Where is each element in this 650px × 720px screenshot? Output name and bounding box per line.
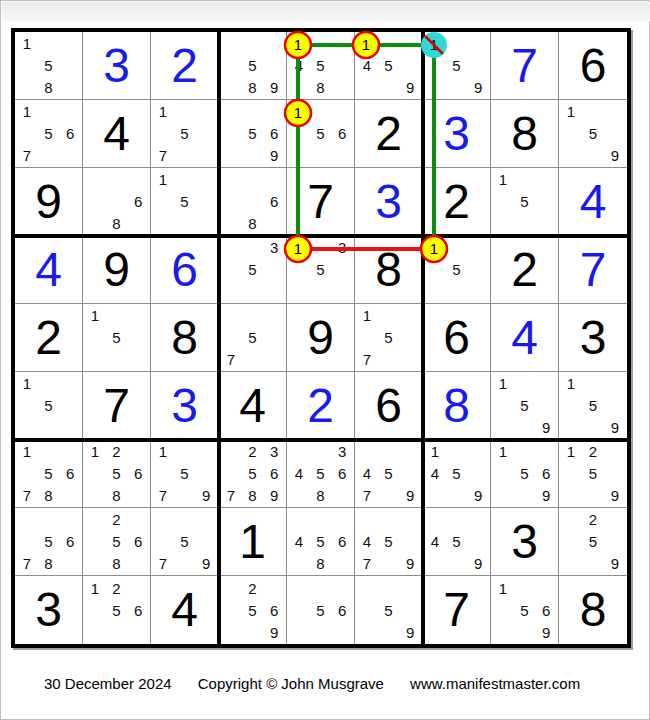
candidate-5: 5 [310, 463, 332, 485]
candidate-6: 6 [263, 463, 285, 485]
cell-r3c3[interactable]: 15 [151, 168, 219, 236]
cell-r1c6[interactable]: 1459 [355, 32, 423, 100]
candidate-grid: 1579 [152, 441, 217, 506]
cell-r9c8[interactable]: 1569 [491, 576, 559, 644]
candidate-6: 6 [263, 123, 285, 145]
candidate-9: 9 [399, 621, 421, 643]
candidate-grid: 589 [220, 33, 285, 98]
candidate-5: 5 [242, 327, 264, 349]
candidate-4: 4 [424, 531, 446, 553]
candidate-4: 4 [424, 463, 446, 485]
candidate-5: 5 [38, 55, 60, 77]
candidate-2: 2 [242, 441, 264, 463]
cell-r8c2[interactable]: 2568 [83, 508, 151, 576]
cell-r3c5[interactable]: 7 [287, 168, 355, 236]
candidate-8: 8 [106, 212, 128, 234]
candidate-1: 1 [560, 373, 582, 395]
candidate-1: 1 [492, 373, 514, 395]
candidate-grid: 15 [424, 237, 489, 302]
cell-r8c3[interactable]: 579 [151, 508, 219, 576]
candidate-grid: 35 [220, 237, 285, 302]
candidate-6: 6 [331, 463, 353, 485]
candidate-5: 5 [582, 395, 604, 417]
candidate-5: 5 [174, 463, 196, 485]
candidate-2: 2 [582, 509, 604, 531]
cell-r4c7[interactable]: 15 [423, 236, 491, 304]
candidate-grid: 4568 [288, 509, 353, 574]
cell-r9c1[interactable]: 3 [15, 576, 83, 644]
candidate-grid: 1569 [492, 577, 557, 643]
candidate-8: 8 [310, 76, 332, 98]
candidate-9: 9 [535, 484, 557, 506]
cell-r3c1[interactable]: 9 [15, 168, 83, 236]
solved-digit: 7 [491, 32, 558, 99]
candidate-grid: 68 [220, 169, 285, 234]
cell-r3c8[interactable]: 15 [491, 168, 559, 236]
candidate-grid: 15 [16, 373, 81, 438]
cell-r5c2[interactable]: 15 [83, 304, 151, 372]
candidate-5: 5 [310, 531, 332, 553]
candidate-grid: 15 [84, 305, 149, 370]
candidate-5: 5 [174, 191, 196, 213]
window-top-strip [2, 2, 650, 21]
candidate-9: 9 [467, 552, 489, 574]
given-digit: 6 [355, 372, 422, 439]
candidate-5: 5 [242, 463, 264, 485]
box-border-horizontal-1 [15, 234, 627, 238]
candidate-6: 6 [127, 191, 149, 213]
cell-r7c5[interactable]: 34568 [287, 440, 355, 508]
candidate-7: 7 [356, 552, 378, 574]
cell-r2c7[interactable]: 3 [423, 100, 491, 168]
candidate-9: 9 [263, 621, 285, 643]
candidate-3: 3 [331, 441, 353, 463]
sudoku-board: 1583258914581459159761567415756915623815… [11, 28, 631, 648]
cell-r4c3[interactable]: 6 [151, 236, 219, 304]
cell-r1c9[interactable]: 6 [559, 32, 627, 100]
candidate-6: 6 [127, 599, 149, 621]
candidate-4: 4 [288, 463, 310, 485]
cell-r7c7[interactable]: 1459 [423, 440, 491, 508]
cell-r1c3[interactable]: 2 [151, 32, 219, 100]
candidate-8: 8 [242, 484, 264, 506]
given-digit: 8 [151, 304, 218, 371]
cell-r9c7[interactable]: 7 [423, 576, 491, 644]
candidate-2: 2 [582, 441, 604, 463]
cell-r6c7[interactable]: 8 [423, 372, 491, 440]
candidate-5: 5 [514, 395, 536, 417]
given-digit: 7 [83, 372, 150, 439]
candidate-1: 1 [152, 101, 174, 123]
candidate-5: 5 [378, 463, 400, 485]
candidate-9: 9 [195, 552, 217, 574]
solved-digit: 3 [83, 32, 150, 99]
candidate-grid: 68 [84, 169, 149, 234]
candidate-5: 5 [446, 531, 468, 553]
cell-r2c8[interactable]: 8 [491, 100, 559, 168]
cell-r4c4[interactable]: 35 [219, 236, 287, 304]
candidate-5: 5 [446, 259, 468, 281]
candidate-grid: 1459 [424, 441, 489, 506]
candidate-5: 5 [514, 463, 536, 485]
candidate-1: 1 [288, 237, 310, 259]
candidate-8: 8 [38, 484, 60, 506]
candidate-grid: 59 [356, 577, 421, 643]
candidate-4: 4 [288, 531, 310, 553]
candidate-1: 1 [560, 441, 582, 463]
given-digit: 2 [15, 304, 82, 371]
cell-r5c3[interactable]: 8 [151, 304, 219, 372]
given-digit: 3 [559, 304, 627, 371]
candidate-7: 7 [16, 484, 38, 506]
candidate-5: 5 [38, 395, 60, 417]
candidate-5: 5 [106, 463, 128, 485]
cell-r3c9[interactable]: 4 [559, 168, 627, 236]
given-digit: 4 [151, 576, 218, 644]
candidate-8: 8 [38, 552, 60, 574]
given-digit: 9 [15, 168, 82, 235]
candidate-6: 6 [331, 531, 353, 553]
cell-r1c2[interactable]: 3 [83, 32, 151, 100]
given-digit: 7 [287, 168, 354, 235]
candidate-4: 4 [356, 531, 378, 553]
box-border-horizontal-2 [15, 438, 627, 442]
candidate-5: 5 [514, 191, 536, 213]
candidate-5: 5 [242, 259, 264, 281]
cell-r5c4[interactable]: 57 [219, 304, 287, 372]
candidate-grid: 569 [220, 101, 285, 166]
candidate-5: 5 [174, 123, 196, 145]
cell-r2c4[interactable]: 569 [219, 100, 287, 168]
given-digit: 8 [491, 100, 558, 167]
cell-r7c3[interactable]: 1579 [151, 440, 219, 508]
cell-r4c5[interactable]: 135 [287, 236, 355, 304]
cell-r4c9[interactable]: 7 [559, 236, 627, 304]
candidate-grid: 157 [356, 305, 421, 370]
candidate-grid: 4579 [356, 441, 421, 506]
candidate-grid: 159 [560, 373, 626, 438]
candidate-6: 6 [59, 123, 81, 145]
cell-r9c2[interactable]: 1256 [83, 576, 151, 644]
candidate-1: 1 [16, 373, 38, 395]
candidate-1: 1 [16, 33, 38, 55]
candidate-9: 9 [604, 144, 626, 166]
candidate-7: 7 [152, 144, 174, 166]
candidate-grid: 158 [16, 33, 81, 98]
given-digit: 2 [491, 236, 558, 303]
cell-r9c5[interactable]: 56 [287, 576, 355, 644]
candidate-9: 9 [263, 76, 285, 98]
cell-r8c7[interactable]: 459 [423, 508, 491, 576]
cell-r6c8[interactable]: 159 [491, 372, 559, 440]
candidate-5: 5 [38, 463, 60, 485]
candidate-9: 9 [399, 76, 421, 98]
cell-r8c5[interactable]: 4568 [287, 508, 355, 576]
cell-r7c9[interactable]: 1259 [559, 440, 627, 508]
candidate-5: 5 [582, 123, 604, 145]
candidate-6: 6 [127, 463, 149, 485]
candidate-grid: 34568 [288, 441, 353, 506]
cell-r8c9[interactable]: 259 [559, 508, 627, 576]
candidate-1: 1 [16, 441, 38, 463]
candidate-grid: 15 [152, 169, 217, 234]
cell-r2c2[interactable]: 4 [83, 100, 151, 168]
candidate-1: 1 [424, 237, 446, 259]
candidate-1: 1 [152, 169, 174, 191]
box-border-vertical-2 [421, 32, 425, 644]
candidate-9: 9 [535, 621, 557, 643]
candidate-7: 7 [220, 348, 242, 370]
candidate-9: 9 [467, 484, 489, 506]
candidate-1: 1 [424, 33, 446, 55]
solved-digit: 8 [423, 372, 490, 439]
candidate-1: 1 [492, 577, 514, 599]
cell-r2c1[interactable]: 1567 [15, 100, 83, 168]
cell-r6c2[interactable]: 7 [83, 372, 151, 440]
candidate-grid: 1259 [560, 441, 626, 506]
cell-r7c8[interactable]: 1569 [491, 440, 559, 508]
candidate-1: 1 [16, 101, 38, 123]
cell-r1c5[interactable]: 1458 [287, 32, 355, 100]
candidate-7: 7 [356, 484, 378, 506]
candidate-5: 5 [106, 327, 128, 349]
cell-r5c7[interactable]: 6 [423, 304, 491, 372]
candidate-8: 8 [242, 76, 264, 98]
cell-r6c4[interactable]: 4 [219, 372, 287, 440]
solved-digit: 2 [287, 372, 354, 439]
candidate-grid: 12568 [84, 441, 149, 506]
cell-r2c5[interactable]: 156 [287, 100, 355, 168]
candidate-9: 9 [604, 416, 626, 438]
candidate-7: 7 [16, 552, 38, 574]
candidate-5: 5 [310, 599, 332, 621]
given-digit: 4 [219, 372, 286, 439]
candidate-grid: 159 [492, 373, 557, 438]
candidate-8: 8 [38, 76, 60, 98]
candidate-5: 5 [38, 123, 60, 145]
candidate-2: 2 [242, 577, 264, 599]
given-digit: 6 [559, 32, 627, 99]
candidate-3: 3 [263, 237, 285, 259]
candidate-4: 4 [356, 55, 378, 77]
cell-r4c2[interactable]: 9 [83, 236, 151, 304]
candidate-grid: 157 [152, 101, 217, 166]
solved-digit: 4 [491, 304, 558, 371]
candidate-5: 5 [310, 123, 332, 145]
candidate-1: 1 [356, 305, 378, 327]
candidate-4: 4 [288, 55, 310, 77]
cell-r2c3[interactable]: 157 [151, 100, 219, 168]
candidate-1: 1 [424, 441, 446, 463]
candidate-6: 6 [127, 531, 149, 553]
candidate-1: 1 [152, 441, 174, 463]
candidate-grid: 15678 [16, 441, 81, 506]
cell-r4c8[interactable]: 2 [491, 236, 559, 304]
candidate-grid: 1256 [84, 577, 149, 643]
cell-r3c2[interactable]: 68 [83, 168, 151, 236]
cell-r8c1[interactable]: 5678 [15, 508, 83, 576]
candidate-9: 9 [263, 144, 285, 166]
cell-r7c6[interactable]: 4579 [355, 440, 423, 508]
cell-r7c1[interactable]: 15678 [15, 440, 83, 508]
candidate-grid: 2569 [220, 577, 285, 643]
given-digit: 6 [423, 304, 490, 371]
solved-digit: 2 [151, 32, 218, 99]
candidate-3: 3 [263, 441, 285, 463]
cell-r5c1[interactable]: 2 [15, 304, 83, 372]
candidate-grid: 1459 [356, 33, 421, 98]
candidate-4: 4 [356, 463, 378, 485]
solved-digit: 7 [559, 236, 627, 303]
cell-r5c5[interactable]: 9 [287, 304, 355, 372]
candidate-1: 1 [560, 101, 582, 123]
cell-r5c8[interactable]: 4 [491, 304, 559, 372]
candidate-5: 5 [446, 463, 468, 485]
candidate-6: 6 [263, 599, 285, 621]
candidate-8: 8 [242, 212, 264, 234]
given-digit: 9 [83, 236, 150, 303]
candidate-grid: 159 [424, 33, 489, 98]
cell-r1c8[interactable]: 7 [491, 32, 559, 100]
candidate-1: 1 [84, 441, 106, 463]
candidate-grid: 4579 [356, 509, 421, 574]
candidate-5: 5 [106, 531, 128, 553]
candidate-9: 9 [467, 76, 489, 98]
candidate-grid: 156 [288, 101, 353, 166]
candidate-1: 1 [492, 169, 514, 191]
candidate-9: 9 [399, 484, 421, 506]
page-frame: 1583258914581459159761567415756915623815… [0, 0, 650, 720]
cell-r3c6[interactable]: 3 [355, 168, 423, 236]
candidate-7: 7 [356, 348, 378, 370]
candidate-5: 5 [242, 123, 264, 145]
cell-r5c9[interactable]: 3 [559, 304, 627, 372]
candidate-5: 5 [310, 55, 332, 77]
cell-r8c8[interactable]: 3 [491, 508, 559, 576]
cell-r7c2[interactable]: 12568 [83, 440, 151, 508]
cell-r9c6[interactable]: 59 [355, 576, 423, 644]
candidate-7: 7 [16, 144, 38, 166]
candidate-5: 5 [242, 599, 264, 621]
cell-r6c9[interactable]: 159 [559, 372, 627, 440]
candidate-9: 9 [399, 552, 421, 574]
given-digit: 2 [355, 100, 422, 167]
box-border-vertical-1 [217, 32, 221, 644]
cell-r9c9[interactable]: 8 [559, 576, 627, 644]
cell-r3c7[interactable]: 2 [423, 168, 491, 236]
candidate-1: 1 [288, 101, 310, 123]
footer: 30 December 2024 Copyright © John Musgra… [44, 675, 602, 692]
candidate-grid: 5678 [16, 509, 81, 574]
given-digit: 1 [219, 508, 286, 575]
candidate-9: 9 [604, 552, 626, 574]
given-digit: 4 [83, 100, 150, 167]
cell-r6c3[interactable]: 3 [151, 372, 219, 440]
candidate-6: 6 [331, 123, 353, 145]
cell-r9c3[interactable]: 4 [151, 576, 219, 644]
cell-r9c4[interactable]: 2569 [219, 576, 287, 644]
candidate-5: 5 [106, 599, 128, 621]
given-digit: 3 [15, 576, 82, 644]
candidate-7: 7 [220, 484, 242, 506]
candidate-grid: 15 [492, 169, 557, 234]
cell-r3c4[interactable]: 68 [219, 168, 287, 236]
cell-r4c1[interactable]: 4 [15, 236, 83, 304]
given-digit: 9 [287, 304, 354, 371]
candidate-2: 2 [106, 441, 128, 463]
candidate-5: 5 [310, 259, 332, 281]
candidate-7: 7 [152, 484, 174, 506]
solved-digit: 6 [151, 236, 218, 303]
candidate-grid: 1458 [288, 33, 353, 98]
cell-r7c4[interactable]: 2356789 [219, 440, 287, 508]
candidate-5: 5 [582, 531, 604, 553]
cell-r4c6[interactable]: 8 [355, 236, 423, 304]
given-digit: 7 [423, 576, 490, 644]
cell-r2c9[interactable]: 159 [559, 100, 627, 168]
footer-date: 30 December 2024 [44, 675, 172, 692]
candidate-5: 5 [378, 599, 400, 621]
candidate-2: 2 [106, 577, 128, 599]
cell-r2c6[interactable]: 2 [355, 100, 423, 168]
cell-r1c7[interactable]: 159 [423, 32, 491, 100]
given-digit: 3 [491, 508, 558, 575]
cell-r8c4[interactable]: 1 [219, 508, 287, 576]
cell-r8c6[interactable]: 4579 [355, 508, 423, 576]
cell-r6c6[interactable]: 6 [355, 372, 423, 440]
candidate-grid: 135 [288, 237, 353, 302]
candidate-grid: 579 [152, 509, 217, 574]
candidate-8: 8 [106, 552, 128, 574]
cell-r6c1[interactable]: 15 [15, 372, 83, 440]
candidate-grid: 1567 [16, 101, 81, 166]
candidate-grid: 259 [560, 509, 626, 574]
candidate-grid: 2568 [84, 509, 149, 574]
footer-copyright: Copyright © John Musgrave [198, 675, 384, 692]
candidate-5: 5 [242, 55, 264, 77]
candidate-9: 9 [604, 484, 626, 506]
candidate-9: 9 [195, 484, 217, 506]
candidate-2: 2 [106, 509, 128, 531]
candidate-8: 8 [310, 484, 332, 506]
candidate-5: 5 [378, 531, 400, 553]
candidate-5: 5 [446, 55, 468, 77]
solved-digit: 4 [559, 168, 627, 235]
cell-r6c5[interactable]: 2 [287, 372, 355, 440]
candidate-5: 5 [174, 531, 196, 553]
candidate-1: 1 [84, 577, 106, 599]
candidate-9: 9 [263, 484, 285, 506]
candidate-7: 7 [152, 552, 174, 574]
candidate-5: 5 [582, 463, 604, 485]
cell-r5c6[interactable]: 157 [355, 304, 423, 372]
cell-r1c4[interactable]: 589 [219, 32, 287, 100]
candidate-grid: 159 [560, 101, 626, 166]
candidate-1: 1 [84, 305, 106, 327]
candidate-5: 5 [38, 531, 60, 553]
footer-website[interactable]: www.manifestmaster.com [410, 675, 580, 692]
candidate-1: 1 [492, 441, 514, 463]
candidate-5: 5 [378, 55, 400, 77]
solved-digit: 4 [15, 236, 82, 303]
candidate-6: 6 [535, 599, 557, 621]
candidate-5: 5 [378, 327, 400, 349]
candidate-6: 6 [331, 599, 353, 621]
given-digit: 8 [355, 236, 422, 303]
given-digit: 8 [559, 576, 627, 644]
solved-digit: 3 [423, 100, 490, 167]
cell-r1c1[interactable]: 158 [15, 32, 83, 100]
